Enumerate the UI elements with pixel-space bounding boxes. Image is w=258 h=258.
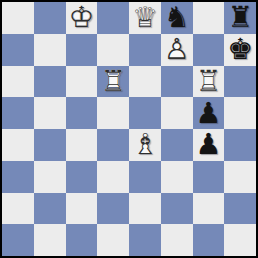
square-f5[interactable]: [161, 97, 193, 129]
square-c6[interactable]: [66, 66, 98, 98]
square-b6[interactable]: [34, 66, 66, 98]
square-a1[interactable]: [2, 224, 34, 256]
square-a6[interactable]: [2, 66, 34, 98]
square-a2[interactable]: [2, 193, 34, 225]
square-h3[interactable]: [224, 161, 256, 193]
square-b5[interactable]: [34, 97, 66, 129]
square-g8[interactable]: [193, 2, 225, 34]
square-g3[interactable]: [193, 161, 225, 193]
square-e6[interactable]: [129, 66, 161, 98]
square-h7[interactable]: ♚: [224, 34, 256, 66]
square-e3[interactable]: [129, 161, 161, 193]
square-g7[interactable]: [193, 34, 225, 66]
square-d4[interactable]: [97, 129, 129, 161]
square-f4[interactable]: [161, 129, 193, 161]
square-c8[interactable]: ♚♔: [66, 2, 98, 34]
piece-bK-h7: ♚: [224, 34, 256, 66]
square-h5[interactable]: [224, 97, 256, 129]
square-c1[interactable]: [66, 224, 98, 256]
chess-board-frame: ♚♔♛♕♞♜♟♙♚♜♖♜♖♟♝♗♟: [0, 0, 258, 258]
square-c7[interactable]: [66, 34, 98, 66]
square-b1[interactable]: [34, 224, 66, 256]
square-d3[interactable]: [97, 161, 129, 193]
piece-wQ-e8: ♛♕: [129, 2, 161, 34]
piece-wK-c8: ♚♔: [66, 2, 98, 34]
piece-wP-f7: ♟♙: [161, 34, 193, 66]
square-b2[interactable]: [34, 193, 66, 225]
square-h8[interactable]: ♜: [224, 2, 256, 34]
square-b7[interactable]: [34, 34, 66, 66]
square-f1[interactable]: [161, 224, 193, 256]
square-f2[interactable]: [161, 193, 193, 225]
piece-wB-e4: ♝♗: [129, 129, 161, 161]
chess-board: ♚♔♛♕♞♜♟♙♚♜♖♜♖♟♝♗♟: [2, 2, 256, 256]
square-e1[interactable]: [129, 224, 161, 256]
piece-wR-g6: ♜♖: [193, 66, 225, 98]
square-a4[interactable]: [2, 129, 34, 161]
square-f3[interactable]: [161, 161, 193, 193]
square-b8[interactable]: [34, 2, 66, 34]
square-g5[interactable]: ♟: [193, 97, 225, 129]
square-c5[interactable]: [66, 97, 98, 129]
square-a5[interactable]: [2, 97, 34, 129]
square-c4[interactable]: [66, 129, 98, 161]
square-c2[interactable]: [66, 193, 98, 225]
square-h1[interactable]: [224, 224, 256, 256]
square-e4[interactable]: ♝♗: [129, 129, 161, 161]
square-e2[interactable]: [129, 193, 161, 225]
square-d7[interactable]: [97, 34, 129, 66]
square-f8[interactable]: ♞: [161, 2, 193, 34]
square-d2[interactable]: [97, 193, 129, 225]
square-d8[interactable]: [97, 2, 129, 34]
piece-wR-d6: ♜♖: [97, 66, 129, 98]
square-h4[interactable]: [224, 129, 256, 161]
square-f6[interactable]: [161, 66, 193, 98]
square-g2[interactable]: [193, 193, 225, 225]
square-a7[interactable]: [2, 34, 34, 66]
square-e5[interactable]: [129, 97, 161, 129]
square-a3[interactable]: [2, 161, 34, 193]
square-d6[interactable]: ♜♖: [97, 66, 129, 98]
square-e8[interactable]: ♛♕: [129, 2, 161, 34]
piece-bR-h8: ♜: [224, 2, 256, 34]
square-a8[interactable]: [2, 2, 34, 34]
square-g6[interactable]: ♜♖: [193, 66, 225, 98]
square-e7[interactable]: [129, 34, 161, 66]
square-f7[interactable]: ♟♙: [161, 34, 193, 66]
square-d5[interactable]: [97, 97, 129, 129]
piece-bN-f8: ♞: [161, 2, 193, 34]
square-h6[interactable]: [224, 66, 256, 98]
square-b4[interactable]: [34, 129, 66, 161]
square-d1[interactable]: [97, 224, 129, 256]
square-c3[interactable]: [66, 161, 98, 193]
piece-bP-g4: ♟: [193, 129, 225, 161]
square-h2[interactable]: [224, 193, 256, 225]
square-b3[interactable]: [34, 161, 66, 193]
square-g4[interactable]: ♟: [193, 129, 225, 161]
square-g1[interactable]: [193, 224, 225, 256]
piece-bP-g5: ♟: [193, 97, 225, 129]
